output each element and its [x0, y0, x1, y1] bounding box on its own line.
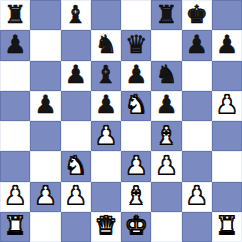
white-knight-piece: ♞: [64, 153, 86, 178]
square-f6[interactable]: ♞: [151, 61, 181, 91]
white-pawn-piece: ♟: [185, 183, 207, 208]
black-pawn-piece: ♟: [4, 32, 26, 57]
white-pawn-piece: ♟: [34, 183, 56, 208]
square-b8[interactable]: [30, 0, 60, 30]
square-b4[interactable]: [30, 121, 60, 151]
white-king-piece: ♚: [125, 213, 147, 238]
square-d3[interactable]: [91, 151, 121, 181]
square-h8[interactable]: [212, 0, 242, 30]
square-f8[interactable]: ♜: [151, 0, 181, 30]
black-pawn-piece: ♟: [95, 92, 117, 117]
square-e2[interactable]: ♝: [121, 182, 151, 212]
black-king-piece: ♚: [185, 2, 207, 27]
square-a8[interactable]: ♜: [0, 0, 30, 30]
white-pawn-piece: ♟: [64, 183, 86, 208]
square-d2[interactable]: [91, 182, 121, 212]
black-knight-piece: ♞: [95, 32, 117, 57]
square-g3[interactable]: [182, 151, 212, 181]
black-rook-piece: ♜: [4, 2, 26, 27]
square-d7[interactable]: ♞: [91, 30, 121, 60]
square-e5[interactable]: ♞: [121, 91, 151, 121]
white-pawn-piece: ♟: [216, 92, 238, 117]
square-h1[interactable]: ♜: [212, 212, 242, 242]
square-h3[interactable]: [212, 151, 242, 181]
black-rook-piece: ♜: [155, 2, 177, 27]
black-pawn-piece: ♟: [64, 62, 86, 87]
white-pawn-piece: ♟: [95, 123, 117, 148]
square-e8[interactable]: [121, 0, 151, 30]
square-a4[interactable]: [0, 121, 30, 151]
square-f1[interactable]: [151, 212, 181, 242]
square-c3[interactable]: ♞: [61, 151, 91, 181]
square-g5[interactable]: [182, 91, 212, 121]
square-b7[interactable]: [30, 30, 60, 60]
black-knight-piece: ♞: [155, 62, 177, 87]
square-a5[interactable]: [0, 91, 30, 121]
square-b6[interactable]: [30, 61, 60, 91]
square-h7[interactable]: ♟: [212, 30, 242, 60]
square-c5[interactable]: [61, 91, 91, 121]
white-queen-piece: ♛: [95, 213, 117, 238]
chess-board: ♜♝♜♚♟♞♛♟♟♟♝♟♞♟♟♞♟♟♟♝♞♟♟♟♟♟♝♟♜♛♚♜: [0, 0, 242, 242]
white-bishop-piece: ♝: [155, 123, 177, 148]
square-g7[interactable]: ♟: [182, 30, 212, 60]
black-queen-piece: ♛: [125, 32, 147, 57]
square-c7[interactable]: [61, 30, 91, 60]
square-a2[interactable]: ♟: [0, 182, 30, 212]
square-c6[interactable]: ♟: [61, 61, 91, 91]
chess-board-container: ♜♝♜♚♟♞♛♟♟♟♝♟♞♟♟♞♟♟♟♝♞♟♟♟♟♟♝♟♜♛♚♜: [0, 0, 242, 242]
square-a1[interactable]: ♜: [0, 212, 30, 242]
square-c4[interactable]: [61, 121, 91, 151]
square-f4[interactable]: ♝: [151, 121, 181, 151]
square-g6[interactable]: [182, 61, 212, 91]
square-g8[interactable]: ♚: [182, 0, 212, 30]
square-b2[interactable]: ♟: [30, 182, 60, 212]
square-h6[interactable]: [212, 61, 242, 91]
square-c1[interactable]: [61, 212, 91, 242]
square-e3[interactable]: ♟: [121, 151, 151, 181]
black-pawn-piece: ♟: [216, 32, 238, 57]
white-rook-piece: ♜: [216, 213, 238, 238]
white-rook-piece: ♜: [4, 213, 26, 238]
square-a7[interactable]: ♟: [0, 30, 30, 60]
black-pawn-piece: ♟: [185, 32, 207, 57]
square-b5[interactable]: ♟: [30, 91, 60, 121]
square-g2[interactable]: ♟: [182, 182, 212, 212]
square-c8[interactable]: ♝: [61, 0, 91, 30]
square-g4[interactable]: [182, 121, 212, 151]
square-h4[interactable]: [212, 121, 242, 151]
white-pawn-piece: ♟: [155, 153, 177, 178]
square-e1[interactable]: ♚: [121, 212, 151, 242]
black-pawn-piece: ♟: [155, 92, 177, 117]
black-pawn-piece: ♟: [125, 62, 147, 87]
square-b1[interactable]: [30, 212, 60, 242]
square-a6[interactable]: [0, 61, 30, 91]
square-e7[interactable]: ♛: [121, 30, 151, 60]
square-h5[interactable]: ♟: [212, 91, 242, 121]
white-pawn-piece: ♟: [125, 153, 147, 178]
square-d8[interactable]: [91, 0, 121, 30]
black-bishop-piece: ♝: [95, 62, 117, 87]
square-e6[interactable]: ♟: [121, 61, 151, 91]
square-a3[interactable]: [0, 151, 30, 181]
square-f3[interactable]: ♟: [151, 151, 181, 181]
square-h2[interactable]: [212, 182, 242, 212]
square-b3[interactable]: [30, 151, 60, 181]
white-knight-piece: ♞: [125, 92, 147, 117]
square-f2[interactable]: [151, 182, 181, 212]
square-d1[interactable]: ♛: [91, 212, 121, 242]
square-e4[interactable]: [121, 121, 151, 151]
white-bishop-piece: ♝: [125, 183, 147, 208]
black-pawn-piece: ♟: [34, 92, 56, 117]
square-d6[interactable]: ♝: [91, 61, 121, 91]
square-d5[interactable]: ♟: [91, 91, 121, 121]
white-pawn-piece: ♟: [4, 183, 26, 208]
square-d4[interactable]: ♟: [91, 121, 121, 151]
black-bishop-piece: ♝: [64, 2, 86, 27]
square-f7[interactable]: [151, 30, 181, 60]
square-f5[interactable]: ♟: [151, 91, 181, 121]
square-c2[interactable]: ♟: [61, 182, 91, 212]
square-g1[interactable]: [182, 212, 212, 242]
